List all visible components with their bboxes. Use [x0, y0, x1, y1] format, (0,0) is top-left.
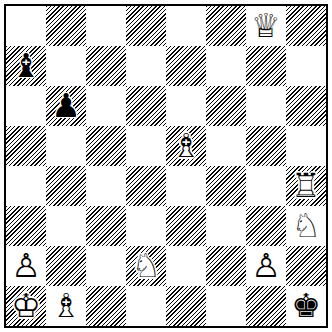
white-piece-outline-glyph: ♘ — [286, 206, 326, 246]
square-c4[interactable] — [86, 166, 126, 206]
white-piece-outline-glyph: ♕ — [246, 6, 286, 46]
black-piece-glyph: ♝ — [6, 46, 46, 86]
white-knight-d2[interactable]: ♞♘ — [126, 246, 166, 286]
square-g6[interactable] — [246, 86, 286, 126]
square-b5[interactable] — [46, 126, 86, 166]
black-pawn-b6[interactable]: ♟ — [46, 86, 86, 126]
square-f3[interactable] — [206, 206, 246, 246]
square-a1[interactable]: ♚♔ — [6, 286, 46, 326]
black-bishop-a7[interactable]: ♝ — [6, 46, 46, 86]
square-c5[interactable] — [86, 126, 126, 166]
square-a2[interactable]: ♟♙ — [6, 246, 46, 286]
square-b8[interactable] — [46, 6, 86, 46]
black-king-h1[interactable]: ♚ — [286, 286, 326, 326]
square-b1[interactable]: ♝♗ — [46, 286, 86, 326]
square-h8[interactable] — [286, 6, 326, 46]
square-f7[interactable] — [206, 46, 246, 86]
square-g2[interactable]: ♟♙ — [246, 246, 286, 286]
square-c8[interactable] — [86, 6, 126, 46]
black-piece-glyph: ♟ — [46, 86, 86, 126]
square-f2[interactable] — [206, 246, 246, 286]
chess-diagram: ♛♕♝♟♝♗♜♖♞♘♟♙♞♘♟♙♚♔♝♗♚ — [0, 0, 332, 332]
square-c3[interactable] — [86, 206, 126, 246]
square-d1[interactable] — [126, 286, 166, 326]
square-d6[interactable] — [126, 86, 166, 126]
square-f4[interactable] — [206, 166, 246, 206]
white-piece-outline-glyph: ♙ — [6, 246, 46, 286]
square-b3[interactable] — [46, 206, 86, 246]
square-a7[interactable]: ♝ — [6, 46, 46, 86]
square-h3[interactable]: ♞♘ — [286, 206, 326, 246]
square-c1[interactable] — [86, 286, 126, 326]
white-queen-g8[interactable]: ♛♕ — [246, 6, 286, 46]
white-pawn-a2[interactable]: ♟♙ — [6, 246, 46, 286]
square-h2[interactable] — [286, 246, 326, 286]
square-d3[interactable] — [126, 206, 166, 246]
board-frame: ♛♕♝♟♝♗♜♖♞♘♟♙♞♘♟♙♚♔♝♗♚ — [4, 4, 328, 328]
square-d5[interactable] — [126, 126, 166, 166]
chess-board: ♛♕♝♟♝♗♜♖♞♘♟♙♞♘♟♙♚♔♝♗♚ — [6, 6, 326, 326]
white-knight-h3[interactable]: ♞♘ — [286, 206, 326, 246]
square-a5[interactable] — [6, 126, 46, 166]
square-d8[interactable] — [126, 6, 166, 46]
square-g5[interactable] — [246, 126, 286, 166]
square-e5[interactable]: ♝♗ — [166, 126, 206, 166]
white-piece-outline-glyph: ♗ — [46, 286, 86, 326]
white-bishop-e5[interactable]: ♝♗ — [166, 126, 206, 166]
square-h1[interactable]: ♚ — [286, 286, 326, 326]
square-e3[interactable] — [166, 206, 206, 246]
square-e6[interactable] — [166, 86, 206, 126]
square-a4[interactable] — [6, 166, 46, 206]
square-d2[interactable]: ♞♘ — [126, 246, 166, 286]
square-b4[interactable] — [46, 166, 86, 206]
square-f5[interactable] — [206, 126, 246, 166]
square-b6[interactable]: ♟ — [46, 86, 86, 126]
square-d4[interactable] — [126, 166, 166, 206]
white-rook-h4[interactable]: ♜♖ — [286, 166, 326, 206]
square-c7[interactable] — [86, 46, 126, 86]
square-c2[interactable] — [86, 246, 126, 286]
white-piece-outline-glyph: ♙ — [246, 246, 286, 286]
square-e7[interactable] — [166, 46, 206, 86]
square-h4[interactable]: ♜♖ — [286, 166, 326, 206]
square-a6[interactable] — [6, 86, 46, 126]
white-piece-outline-glyph: ♖ — [286, 166, 326, 206]
square-e2[interactable] — [166, 246, 206, 286]
square-c6[interactable] — [86, 86, 126, 126]
square-f1[interactable] — [206, 286, 246, 326]
square-e8[interactable] — [166, 6, 206, 46]
square-f6[interactable] — [206, 86, 246, 126]
square-e4[interactable] — [166, 166, 206, 206]
square-a8[interactable] — [6, 6, 46, 46]
square-g1[interactable] — [246, 286, 286, 326]
white-piece-outline-glyph: ♗ — [166, 126, 206, 166]
white-bishop-b1[interactable]: ♝♗ — [46, 286, 86, 326]
square-h7[interactable] — [286, 46, 326, 86]
square-b7[interactable] — [46, 46, 86, 86]
square-g8[interactable]: ♛♕ — [246, 6, 286, 46]
square-g4[interactable] — [246, 166, 286, 206]
square-g7[interactable] — [246, 46, 286, 86]
white-pawn-g2[interactable]: ♟♙ — [246, 246, 286, 286]
square-f8[interactable] — [206, 6, 246, 46]
square-g3[interactable] — [246, 206, 286, 246]
square-a3[interactable] — [6, 206, 46, 246]
square-e1[interactable] — [166, 286, 206, 326]
square-h5[interactable] — [286, 126, 326, 166]
white-piece-outline-glyph: ♘ — [126, 246, 166, 286]
square-d7[interactable] — [126, 46, 166, 86]
square-b2[interactable] — [46, 246, 86, 286]
white-king-a1[interactable]: ♚♔ — [6, 286, 46, 326]
square-h6[interactable] — [286, 86, 326, 126]
black-piece-glyph: ♚ — [286, 286, 326, 326]
white-piece-outline-glyph: ♔ — [6, 286, 46, 326]
